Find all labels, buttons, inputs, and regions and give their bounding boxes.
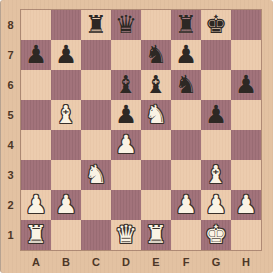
white-queen-d1: ♛	[115, 220, 137, 250]
white-pawn-f2: ♟	[175, 190, 197, 220]
black-pawn-f7: ♟	[175, 40, 197, 70]
white-pawn-b2: ♟	[55, 190, 77, 220]
square-f4[interactable]	[171, 130, 201, 160]
file-label-g: G	[201, 250, 231, 273]
white-knight-c3: ♞	[85, 160, 107, 190]
black-rook-c8: ♜	[85, 10, 107, 40]
square-g8[interactable]: ♚	[201, 10, 231, 40]
square-c5[interactable]	[81, 100, 111, 130]
square-b6[interactable]	[51, 70, 81, 100]
square-c7[interactable]	[81, 40, 111, 70]
black-knight-e7: ♞	[145, 40, 167, 70]
square-g7[interactable]	[201, 40, 231, 70]
square-d5[interactable]: ♟	[111, 100, 141, 130]
square-h2[interactable]: ♟	[231, 190, 261, 220]
white-rook-a1: ♜	[25, 220, 47, 250]
white-rook-e1: ♜	[145, 220, 167, 250]
black-bishop-d6: ♝	[115, 70, 137, 100]
square-b8[interactable]	[51, 10, 81, 40]
file-label-b: B	[51, 250, 81, 273]
square-c4[interactable]	[81, 130, 111, 160]
square-c2[interactable]	[81, 190, 111, 220]
square-f2[interactable]: ♟	[171, 190, 201, 220]
file-label-d: D	[111, 250, 141, 273]
square-a1[interactable]: ♜	[21, 220, 51, 250]
white-bishop-b5: ♝	[55, 100, 77, 130]
black-knight-f6: ♞	[175, 70, 197, 100]
square-f1[interactable]	[171, 220, 201, 250]
black-king-g8: ♚	[205, 10, 227, 40]
square-e7[interactable]: ♞	[141, 40, 171, 70]
square-e1[interactable]: ♜	[141, 220, 171, 250]
square-f7[interactable]: ♟	[171, 40, 201, 70]
square-b4[interactable]	[51, 130, 81, 160]
square-d2[interactable]	[111, 190, 141, 220]
square-a4[interactable]	[21, 130, 51, 160]
rank-label-2: 2	[0, 190, 21, 220]
square-d8[interactable]: ♛	[111, 10, 141, 40]
square-h3[interactable]	[231, 160, 261, 190]
square-b3[interactable]	[51, 160, 81, 190]
square-e6[interactable]: ♝	[141, 70, 171, 100]
chess-board-diagram: 87654321 ♜♛♜♚♟♟♞♟♝♝♞♟♝♟♞♟♟♞♝♟♟♟♟♟♜♛♜♚ AB…	[0, 0, 273, 273]
black-bishop-e6: ♝	[145, 70, 167, 100]
rank-labels: 87654321	[0, 10, 21, 250]
square-b7[interactable]: ♟	[51, 40, 81, 70]
square-d1[interactable]: ♛	[111, 220, 141, 250]
square-a3[interactable]	[21, 160, 51, 190]
white-pawn-g2: ♟	[205, 190, 227, 220]
square-b5[interactable]: ♝	[51, 100, 81, 130]
square-a5[interactable]	[21, 100, 51, 130]
file-label-h: H	[231, 250, 261, 273]
rank-label-6: 6	[0, 70, 21, 100]
rank-label-3: 3	[0, 160, 21, 190]
file-label-c: C	[81, 250, 111, 273]
square-e3[interactable]	[141, 160, 171, 190]
file-label-a: A	[21, 250, 51, 273]
square-c1[interactable]	[81, 220, 111, 250]
square-a2[interactable]: ♟	[21, 190, 51, 220]
white-knight-e5: ♞	[145, 100, 167, 130]
square-g1[interactable]: ♚	[201, 220, 231, 250]
square-g2[interactable]: ♟	[201, 190, 231, 220]
square-d3[interactable]	[111, 160, 141, 190]
black-pawn-g5: ♟	[205, 100, 227, 130]
square-c3[interactable]: ♞	[81, 160, 111, 190]
file-label-e: E	[141, 250, 171, 273]
square-h4[interactable]	[231, 130, 261, 160]
black-pawn-d5: ♟	[115, 100, 137, 130]
rank-label-5: 5	[0, 100, 21, 130]
square-g6[interactable]	[201, 70, 231, 100]
white-bishop-g3: ♝	[205, 160, 227, 190]
square-e8[interactable]	[141, 10, 171, 40]
square-d4[interactable]: ♟	[111, 130, 141, 160]
black-rook-f8: ♜	[175, 10, 197, 40]
file-labels: ABCDEFGH	[21, 250, 261, 273]
square-h8[interactable]	[231, 10, 261, 40]
square-f8[interactable]: ♜	[171, 10, 201, 40]
square-f5[interactable]	[171, 100, 201, 130]
square-a7[interactable]: ♟	[21, 40, 51, 70]
square-a6[interactable]	[21, 70, 51, 100]
rank-label-1: 1	[0, 220, 21, 250]
rank-label-8: 8	[0, 10, 21, 40]
square-h6[interactable]: ♟	[231, 70, 261, 100]
square-f3[interactable]	[171, 160, 201, 190]
square-g4[interactable]	[201, 130, 231, 160]
square-c8[interactable]: ♜	[81, 10, 111, 40]
black-queen-d8: ♛	[115, 10, 137, 40]
white-king-g1: ♚	[205, 220, 227, 250]
square-e5[interactable]: ♞	[141, 100, 171, 130]
square-d6[interactable]: ♝	[111, 70, 141, 100]
white-pawn-h2: ♟	[235, 190, 257, 220]
square-b1[interactable]	[51, 220, 81, 250]
square-g3[interactable]: ♝	[201, 160, 231, 190]
white-pawn-a2: ♟	[25, 190, 47, 220]
square-g5[interactable]: ♟	[201, 100, 231, 130]
square-f6[interactable]: ♞	[171, 70, 201, 100]
square-a8[interactable]	[21, 10, 51, 40]
square-b2[interactable]: ♟	[51, 190, 81, 220]
black-pawn-h6: ♟	[235, 70, 257, 100]
black-pawn-a7: ♟	[25, 40, 47, 70]
file-label-f: F	[171, 250, 201, 273]
chess-board: ♜♛♜♚♟♟♞♟♝♝♞♟♝♟♞♟♟♞♝♟♟♟♟♟♜♛♜♚	[21, 10, 261, 250]
square-e2[interactable]	[141, 190, 171, 220]
black-pawn-b7: ♟	[55, 40, 77, 70]
square-c6[interactable]	[81, 70, 111, 100]
square-h5[interactable]	[231, 100, 261, 130]
rank-label-7: 7	[0, 40, 21, 70]
square-d7[interactable]	[111, 40, 141, 70]
square-e4[interactable]	[141, 130, 171, 160]
white-pawn-d4: ♟	[115, 130, 137, 160]
rank-label-4: 4	[0, 130, 21, 160]
square-h7[interactable]	[231, 40, 261, 70]
square-h1[interactable]	[231, 220, 261, 250]
